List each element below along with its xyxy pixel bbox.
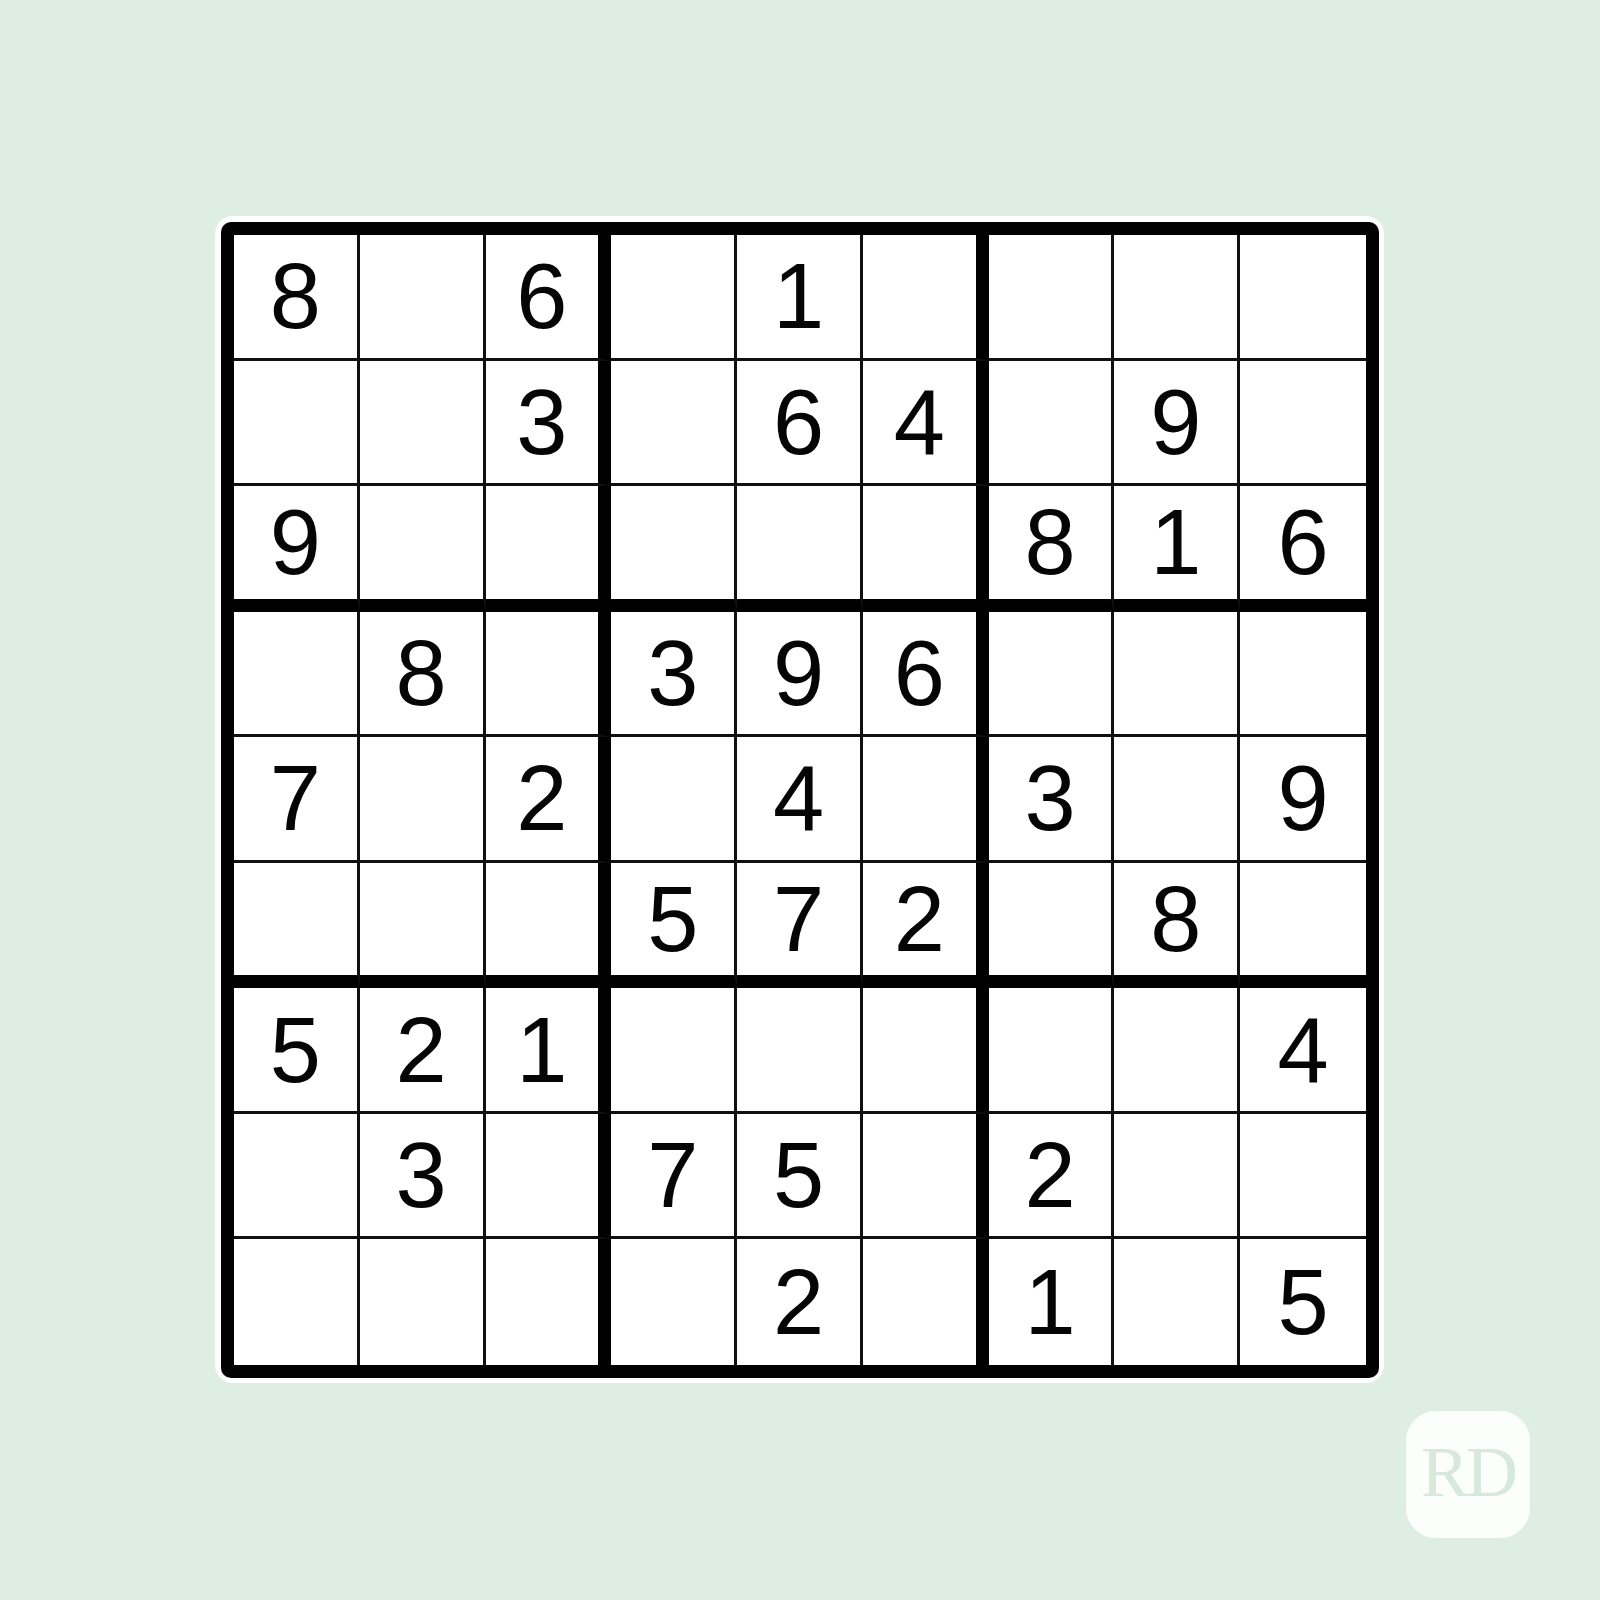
cell-r9c2[interactable] bbox=[360, 1239, 486, 1365]
cell-r3c1: 9 bbox=[234, 486, 360, 612]
cell-r4c3[interactable] bbox=[486, 612, 612, 738]
cell-r8c9[interactable] bbox=[1240, 1114, 1366, 1240]
rd-logo-text: RD bbox=[1421, 1431, 1515, 1514]
cell-r9c6[interactable] bbox=[863, 1239, 989, 1365]
cell-r3c2[interactable] bbox=[360, 486, 486, 612]
cell-r8c4: 7 bbox=[611, 1114, 737, 1240]
cell-r3c6[interactable] bbox=[863, 486, 989, 612]
cell-r8c6[interactable] bbox=[863, 1114, 989, 1240]
cell-r7c5[interactable] bbox=[737, 988, 863, 1114]
cell-r3c4[interactable] bbox=[611, 486, 737, 612]
cell-r4c2: 8 bbox=[360, 612, 486, 738]
cell-r6c8: 8 bbox=[1114, 863, 1240, 989]
cell-r4c9[interactable] bbox=[1240, 612, 1366, 738]
cell-r1c5: 1 bbox=[737, 235, 863, 361]
cell-r4c5: 9 bbox=[737, 612, 863, 738]
cell-r8c2: 3 bbox=[360, 1114, 486, 1240]
cell-r4c7[interactable] bbox=[989, 612, 1115, 738]
cell-r6c9[interactable] bbox=[1240, 863, 1366, 989]
cell-r9c8[interactable] bbox=[1114, 1239, 1240, 1365]
cell-r4c8[interactable] bbox=[1114, 612, 1240, 738]
cell-r5c9: 9 bbox=[1240, 737, 1366, 863]
cell-r1c6[interactable] bbox=[863, 235, 989, 361]
cell-r8c1[interactable] bbox=[234, 1114, 360, 1240]
cell-r3c9: 6 bbox=[1240, 486, 1366, 612]
cell-r5c4[interactable] bbox=[611, 737, 737, 863]
cell-r8c7: 2 bbox=[989, 1114, 1115, 1240]
cell-r7c8[interactable] bbox=[1114, 988, 1240, 1114]
cell-r9c1[interactable] bbox=[234, 1239, 360, 1365]
cell-r7c6[interactable] bbox=[863, 988, 989, 1114]
cell-r1c2[interactable] bbox=[360, 235, 486, 361]
cell-r9c7: 1 bbox=[989, 1239, 1115, 1365]
cell-r7c1: 5 bbox=[234, 988, 360, 1114]
cell-r6c5: 7 bbox=[737, 863, 863, 989]
cell-r1c9[interactable] bbox=[1240, 235, 1366, 361]
cell-r7c7[interactable] bbox=[989, 988, 1115, 1114]
cell-r2c6: 4 bbox=[863, 361, 989, 487]
cell-r2c3: 3 bbox=[486, 361, 612, 487]
cell-r2c8: 9 bbox=[1114, 361, 1240, 487]
cell-r3c5[interactable] bbox=[737, 486, 863, 612]
cell-r6c2[interactable] bbox=[360, 863, 486, 989]
cell-r1c4[interactable] bbox=[611, 235, 737, 361]
cell-r8c3[interactable] bbox=[486, 1114, 612, 1240]
cell-r5c6[interactable] bbox=[863, 737, 989, 863]
cell-r2c7[interactable] bbox=[989, 361, 1115, 487]
cell-r5c5: 4 bbox=[737, 737, 863, 863]
cell-r9c5: 2 bbox=[737, 1239, 863, 1365]
cell-r5c3: 2 bbox=[486, 737, 612, 863]
cell-r9c3[interactable] bbox=[486, 1239, 612, 1365]
cell-r9c4[interactable] bbox=[611, 1239, 737, 1365]
cell-r2c9[interactable] bbox=[1240, 361, 1366, 487]
cell-r2c4[interactable] bbox=[611, 361, 737, 487]
cell-r6c6: 2 bbox=[863, 863, 989, 989]
cell-r7c9: 4 bbox=[1240, 988, 1366, 1114]
cell-r6c3[interactable] bbox=[486, 863, 612, 989]
cell-r4c4: 3 bbox=[611, 612, 737, 738]
cell-r6c4: 5 bbox=[611, 863, 737, 989]
cell-r7c4[interactable] bbox=[611, 988, 737, 1114]
cell-r2c5: 6 bbox=[737, 361, 863, 487]
cell-r4c1[interactable] bbox=[234, 612, 360, 738]
cell-r3c3[interactable] bbox=[486, 486, 612, 612]
cell-r9c9: 5 bbox=[1240, 1239, 1366, 1365]
cell-r6c1[interactable] bbox=[234, 863, 360, 989]
cell-r1c1: 8 bbox=[234, 235, 360, 361]
cell-r7c3: 1 bbox=[486, 988, 612, 1114]
cell-r3c8: 1 bbox=[1114, 486, 1240, 612]
cell-r3c7: 8 bbox=[989, 486, 1115, 612]
cell-r5c7: 3 bbox=[989, 737, 1115, 863]
cell-r1c3: 6 bbox=[486, 235, 612, 361]
cell-r1c8[interactable] bbox=[1114, 235, 1240, 361]
sudoku-board: 86136499816839672439572852143752215 bbox=[221, 222, 1379, 1378]
cell-r5c8[interactable] bbox=[1114, 737, 1240, 863]
cell-r2c2[interactable] bbox=[360, 361, 486, 487]
cell-r4c6: 6 bbox=[863, 612, 989, 738]
cell-r1c7[interactable] bbox=[989, 235, 1115, 361]
cell-r7c2: 2 bbox=[360, 988, 486, 1114]
cell-r5c2[interactable] bbox=[360, 737, 486, 863]
cell-r2c1[interactable] bbox=[234, 361, 360, 487]
rd-logo-badge: RD bbox=[1406, 1411, 1530, 1538]
cell-r5c1: 7 bbox=[234, 737, 360, 863]
cell-r8c5: 5 bbox=[737, 1114, 863, 1240]
cell-r8c8[interactable] bbox=[1114, 1114, 1240, 1240]
cell-r6c7[interactable] bbox=[989, 863, 1115, 989]
